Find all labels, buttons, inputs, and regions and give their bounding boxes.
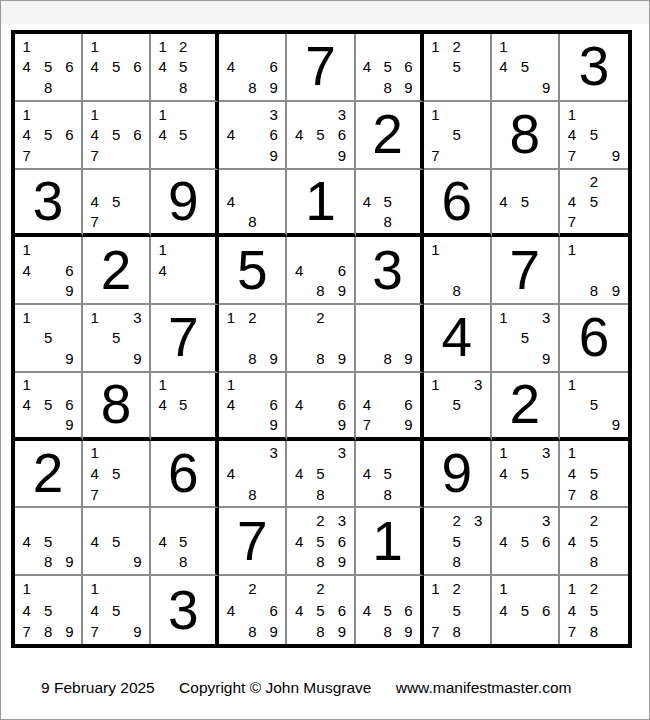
cell-r4c5[interactable]: 4689	[287, 237, 355, 305]
pencil-mark-8: 8	[446, 552, 467, 573]
pencil-mark-1: 1	[16, 578, 37, 599]
pencil-marks: 4689	[287, 237, 353, 303]
pencil-marks: 159	[15, 305, 81, 371]
pencil-mark-9: 9	[331, 415, 352, 435]
cell-r6c5[interactable]: 469	[287, 373, 355, 441]
pencil-marks: 14578	[560, 441, 628, 507]
cell-r1c8[interactable]: 1459	[492, 34, 560, 102]
cell-r9c3[interactable]: 3	[151, 576, 219, 644]
pencil-mark-1: 1	[425, 239, 446, 260]
pencil-mark-4: 4	[16, 531, 37, 552]
pencil-mark-4: 4	[84, 531, 105, 552]
solved-digit: 6	[560, 305, 628, 371]
pencil-mark-4: 4	[493, 57, 514, 78]
pencil-mark-1: 1	[152, 375, 173, 395]
pencil-mark-3: 3	[331, 104, 352, 125]
pencil-mark-1: 1	[16, 36, 37, 57]
pencil-marks: 245689	[287, 576, 353, 644]
pencil-mark-6: 6	[59, 57, 80, 78]
pencil-mark-8: 8	[310, 281, 331, 302]
pencil-mark-6: 6	[331, 124, 352, 145]
pencil-mark-8: 8	[37, 621, 58, 642]
pencil-mark-1: 1	[16, 375, 37, 395]
footer-date: 9 February 2025	[41, 679, 155, 696]
solved-digit: 5	[219, 237, 285, 303]
pencil-mark-2: 2	[310, 510, 331, 531]
pencil-mark-2: 2	[446, 510, 467, 531]
pencil-mark-6: 6	[331, 531, 352, 552]
solved-digit: 3	[151, 576, 215, 644]
cell-r2c6[interactable]: 2	[356, 102, 424, 170]
cell-r4c4[interactable]: 5	[219, 237, 287, 305]
cell-r5c2[interactable]: 1359	[83, 305, 151, 373]
pencil-marks: 458	[356, 441, 420, 507]
pencil-mark-9: 9	[59, 415, 80, 435]
pencil-mark-4: 4	[84, 57, 105, 78]
cell-r3c5[interactable]: 1	[287, 170, 355, 238]
pencil-marks: 469	[287, 373, 353, 437]
cell-r7c8[interactable]: 1345	[492, 441, 560, 509]
pencil-mark-4: 4	[493, 191, 514, 211]
cell-r3c2[interactable]: 457	[83, 170, 151, 238]
cell-r5c8[interactable]: 1359	[492, 305, 560, 373]
pencil-mark-1: 1	[84, 104, 105, 125]
pencil-marks: 1457	[83, 441, 149, 507]
pencil-mark-9: 9	[536, 348, 557, 369]
pencil-mark-2: 2	[446, 578, 467, 599]
pencil-mark-4: 4	[220, 124, 241, 145]
cell-r6c9[interactable]: 159	[560, 373, 628, 441]
pencil-mark-1: 1	[425, 104, 446, 125]
cell-r7c7[interactable]: 9	[424, 441, 492, 509]
pencil-mark-2: 2	[242, 578, 263, 599]
cell-r4c9[interactable]: 189	[560, 237, 628, 305]
pencil-mark-4: 4	[16, 260, 37, 281]
cell-r7c6[interactable]: 458	[356, 441, 424, 509]
cell-r6c7[interactable]: 135	[424, 373, 492, 441]
solved-digit: 6	[424, 170, 490, 234]
pencil-mark-6: 6	[398, 395, 419, 415]
pencil-mark-8: 8	[377, 348, 398, 369]
cell-r8c5[interactable]: 2345689	[287, 508, 355, 576]
pencil-mark-8: 8	[310, 348, 331, 369]
cell-r1c9[interactable]: 3	[560, 34, 628, 102]
cell-r3c8[interactable]: 45	[492, 170, 560, 238]
pencil-mark-4: 4	[16, 395, 37, 415]
pencil-mark-3: 3	[263, 104, 284, 125]
footer-copyright: Copyright © John Musgrave	[179, 679, 371, 696]
pencil-mark-8: 8	[242, 484, 263, 505]
pencil-marks: 4689	[219, 34, 285, 100]
pencil-marks: 1459	[492, 34, 558, 100]
pencil-mark-1: 1	[152, 36, 173, 57]
pencil-mark-1: 1	[425, 36, 446, 57]
cell-r1c3[interactable]: 12458	[151, 34, 219, 102]
pencil-marks: 1359	[83, 305, 149, 371]
cell-r8c8[interactable]: 3456	[492, 508, 560, 576]
pencil-mark-2: 2	[310, 307, 331, 328]
solved-digit: 2	[15, 441, 81, 507]
pencil-mark-5: 5	[583, 463, 605, 484]
pencil-mark-8: 8	[377, 211, 398, 231]
pencil-marks: 1345	[492, 441, 558, 507]
pencil-mark-5: 5	[377, 191, 398, 211]
pencil-mark-3: 3	[331, 443, 352, 464]
pencil-mark-2: 2	[242, 307, 263, 328]
pencil-mark-9: 9	[331, 621, 352, 642]
pencil-mark-5: 5	[105, 57, 126, 78]
cell-r3c6[interactable]: 458	[356, 170, 424, 238]
cell-r7c1[interactable]: 2	[15, 441, 83, 509]
solved-digit: 3	[356, 237, 420, 303]
pencil-mark-5: 5	[583, 124, 605, 145]
pencil-marks: 124578	[560, 576, 628, 644]
pencil-mark-8: 8	[242, 211, 263, 231]
pencil-mark-5: 5	[446, 599, 467, 620]
footer: 9 February 2025 Copyright © John Musgrav…	[41, 679, 591, 697]
pencil-mark-9: 9	[398, 348, 419, 369]
pencil-mark-9: 9	[127, 621, 148, 642]
pencil-mark-4: 4	[288, 599, 309, 620]
solved-digit: 6	[151, 441, 215, 507]
pencil-mark-8: 8	[173, 552, 194, 573]
solved-digit: 2	[356, 102, 420, 168]
pencil-mark-4: 4	[152, 531, 173, 552]
pencil-marks: 1289	[219, 305, 285, 371]
pencil-mark-8: 8	[310, 552, 331, 573]
pencil-mark-4: 4	[152, 124, 173, 145]
cell-r9c9[interactable]: 124578	[560, 576, 628, 644]
pencil-mark-3: 3	[536, 443, 557, 464]
cell-r8c2[interactable]: 459	[83, 508, 151, 576]
cell-r5c7[interactable]: 4	[424, 305, 492, 373]
pencil-mark-1: 1	[425, 375, 446, 395]
pencil-mark-8: 8	[242, 348, 263, 369]
pencil-mark-3: 3	[263, 443, 284, 464]
pencil-mark-7: 7	[561, 484, 583, 505]
pencil-mark-4: 4	[220, 395, 241, 415]
pencil-mark-7: 7	[84, 484, 105, 505]
pencil-mark-8: 8	[242, 77, 263, 98]
cell-r1c1[interactable]: 14568	[15, 34, 83, 102]
cell-r6c1[interactable]: 14569	[15, 373, 83, 441]
pencil-marks: 2457	[560, 170, 628, 234]
pencil-mark-6: 6	[331, 599, 352, 620]
pencil-mark-2: 2	[583, 172, 605, 192]
cell-r2c8[interactable]: 8	[492, 102, 560, 170]
cell-r5c6[interactable]: 89	[356, 305, 424, 373]
pencil-mark-4: 4	[152, 57, 173, 78]
pencil-mark-5: 5	[37, 531, 58, 552]
pencil-mark-2: 2	[583, 578, 605, 599]
pencil-mark-6: 6	[127, 57, 148, 78]
pencil-mark-4: 4	[493, 599, 514, 620]
pencil-mark-6: 6	[536, 531, 557, 552]
cell-r9c7[interactable]: 12578	[424, 576, 492, 644]
pencil-mark-1: 1	[152, 239, 173, 260]
pencil-mark-5: 5	[446, 124, 467, 145]
cell-r3c9[interactable]: 2457	[560, 170, 628, 238]
pencil-mark-5: 5	[514, 463, 535, 484]
pencil-mark-4: 4	[16, 57, 37, 78]
pencil-mark-2: 2	[310, 578, 331, 599]
pencil-marks: 4589	[15, 508, 81, 574]
cell-r2c1[interactable]: 14567	[15, 102, 83, 170]
pencil-mark-2: 2	[173, 36, 194, 57]
solved-digit: 7	[151, 305, 215, 371]
cell-r9c4[interactable]: 24689	[219, 576, 287, 644]
cell-r4c3[interactable]: 14	[151, 237, 219, 305]
cell-r1c7[interactable]: 125	[424, 34, 492, 102]
pencil-mark-4: 4	[288, 531, 309, 552]
solved-digit: 9	[151, 170, 215, 234]
pencil-mark-1: 1	[84, 578, 105, 599]
pencil-mark-8: 8	[377, 77, 398, 98]
pencil-mark-4: 4	[288, 260, 309, 281]
pencil-mark-4: 4	[288, 124, 309, 145]
cell-r5c4[interactable]: 1289	[219, 305, 287, 373]
pencil-mark-8: 8	[446, 621, 467, 642]
pencil-mark-6: 6	[398, 599, 419, 620]
pencil-marks: 3458	[287, 441, 353, 507]
pencil-mark-5: 5	[583, 599, 605, 620]
pencil-mark-5: 5	[583, 191, 605, 211]
pencil-marks: 14567	[15, 102, 81, 168]
cell-r9c5[interactable]: 245689	[287, 576, 355, 644]
solved-digit: 1	[287, 170, 353, 234]
pencil-marks: 18	[424, 237, 490, 303]
pencil-mark-8: 8	[173, 77, 194, 98]
pencil-marks: 4679	[356, 373, 420, 437]
pencil-mark-4: 4	[220, 191, 241, 211]
cell-r2c4[interactable]: 3469	[219, 102, 287, 170]
cell-r8c6[interactable]: 1	[356, 508, 424, 576]
cell-r2c5[interactable]: 34569	[287, 102, 355, 170]
cell-r8c7[interactable]: 2358	[424, 508, 492, 576]
pencil-mark-9: 9	[331, 552, 352, 573]
pencil-mark-5: 5	[173, 531, 194, 552]
pencil-marks: 145789	[15, 576, 81, 644]
pencil-mark-1: 1	[220, 307, 241, 328]
cell-r7c3[interactable]: 6	[151, 441, 219, 509]
cell-r9c1[interactable]: 145789	[15, 576, 83, 644]
pencil-mark-4: 4	[220, 463, 241, 484]
pencil-marks: 2458	[560, 508, 628, 574]
pencil-mark-5: 5	[310, 463, 331, 484]
pencil-mark-3: 3	[536, 307, 557, 328]
cell-r1c4[interactable]: 4689	[219, 34, 287, 102]
cell-r4c1[interactable]: 1469	[15, 237, 83, 305]
pencil-marks: 14579	[560, 102, 628, 168]
cell-r2c7[interactable]: 157	[424, 102, 492, 170]
pencil-mark-5: 5	[105, 328, 126, 349]
pencil-mark-4: 4	[561, 531, 583, 552]
pencil-marks: 1359	[492, 305, 558, 371]
pencil-mark-1: 1	[152, 104, 173, 125]
pencil-mark-9: 9	[536, 77, 557, 98]
pencil-marks: 125	[424, 34, 490, 100]
cell-r9c8[interactable]: 1456	[492, 576, 560, 644]
pencil-mark-9: 9	[59, 552, 80, 573]
cell-r6c6[interactable]: 4679	[356, 373, 424, 441]
cell-r1c2[interactable]: 1456	[83, 34, 151, 102]
pencil-mark-1: 1	[493, 443, 514, 464]
pencil-marks: 2358	[424, 508, 490, 574]
pencil-mark-4: 4	[84, 191, 105, 211]
pencil-marks: 1456	[492, 576, 558, 644]
cell-r4c7[interactable]: 18	[424, 237, 492, 305]
solved-digit: 9	[424, 441, 490, 507]
cell-r7c4[interactable]: 348	[219, 441, 287, 509]
pencil-mark-9: 9	[127, 552, 148, 573]
pencil-mark-5: 5	[446, 531, 467, 552]
pencil-mark-4: 4	[561, 124, 583, 145]
pencil-mark-4: 4	[493, 531, 514, 552]
pencil-mark-9: 9	[605, 145, 627, 166]
cell-r4c6[interactable]: 3	[356, 237, 424, 305]
pencil-mark-8: 8	[583, 281, 605, 302]
cell-r3c4[interactable]: 48	[219, 170, 287, 238]
solved-digit: 2	[83, 237, 149, 303]
pencil-mark-1: 1	[561, 239, 583, 260]
pencil-marks: 159	[560, 373, 628, 437]
pencil-mark-7: 7	[425, 621, 446, 642]
pencil-mark-4: 4	[357, 191, 378, 211]
pencil-mark-8: 8	[37, 77, 58, 98]
cell-r7c2[interactable]: 1457	[83, 441, 151, 509]
cell-r6c3[interactable]: 145	[151, 373, 219, 441]
cell-r7c5[interactable]: 3458	[287, 441, 355, 509]
pencil-mark-1: 1	[561, 443, 583, 464]
pencil-mark-9: 9	[398, 77, 419, 98]
cell-r8c9[interactable]: 2458	[560, 508, 628, 576]
pencil-mark-9: 9	[331, 348, 352, 369]
pencil-mark-5: 5	[446, 395, 467, 415]
pencil-mark-5: 5	[377, 57, 398, 78]
pencil-mark-9: 9	[59, 621, 80, 642]
pencil-marks: 457	[83, 170, 149, 234]
solved-digit: 4	[424, 305, 490, 371]
cell-r8c4[interactable]: 7	[219, 508, 287, 576]
pencil-mark-6: 6	[263, 395, 284, 415]
pencil-mark-5: 5	[514, 57, 535, 78]
pencil-mark-6: 6	[59, 124, 80, 145]
pencil-mark-9: 9	[605, 415, 627, 435]
cell-r2c2[interactable]: 14567	[83, 102, 151, 170]
pencil-mark-5: 5	[514, 191, 535, 211]
cell-r8c1[interactable]: 4589	[15, 508, 83, 576]
cell-r6c8[interactable]: 2	[492, 373, 560, 441]
pencil-mark-9: 9	[263, 348, 284, 369]
pencil-mark-4: 4	[288, 463, 309, 484]
cell-r9c2[interactable]: 14579	[83, 576, 151, 644]
pencil-mark-9: 9	[263, 415, 284, 435]
solved-digit: 3	[15, 170, 81, 234]
pencil-mark-4: 4	[220, 57, 241, 78]
pencil-mark-5: 5	[37, 57, 58, 78]
pencil-mark-1: 1	[220, 375, 241, 395]
pencil-mark-7: 7	[16, 621, 37, 642]
pencil-marks: 157	[424, 102, 490, 168]
pencil-mark-8: 8	[583, 484, 605, 505]
pencil-mark-5: 5	[37, 328, 58, 349]
pencil-mark-1: 1	[84, 307, 105, 328]
cell-r4c2[interactable]: 2	[83, 237, 151, 305]
pencil-mark-5: 5	[105, 191, 126, 211]
pencil-marks: 12578	[424, 576, 490, 644]
pencil-marks: 189	[560, 237, 628, 303]
pencil-mark-4: 4	[84, 124, 105, 145]
cell-r1c6[interactable]: 45689	[356, 34, 424, 102]
pencil-mark-4: 4	[84, 463, 105, 484]
pencil-mark-1: 1	[16, 307, 37, 328]
pencil-mark-7: 7	[561, 211, 583, 231]
cell-r8c3[interactable]: 458	[151, 508, 219, 576]
pencil-marks: 14579	[83, 576, 149, 644]
pencil-mark-3: 3	[467, 510, 488, 531]
pencil-marks: 145	[151, 102, 215, 168]
pencil-marks: 3469	[219, 102, 285, 168]
solved-digit: 8	[492, 102, 558, 168]
pencil-mark-1: 1	[561, 578, 583, 599]
pencil-mark-9: 9	[398, 621, 419, 642]
pencil-mark-5: 5	[105, 124, 126, 145]
pencil-mark-4: 4	[288, 395, 309, 415]
pencil-mark-8: 8	[310, 621, 331, 642]
pencil-mark-4: 4	[493, 463, 514, 484]
pencil-mark-5: 5	[446, 57, 467, 78]
cell-r5c1[interactable]: 159	[15, 305, 83, 373]
pencil-mark-7: 7	[357, 415, 378, 435]
pencil-marks: 2345689	[287, 508, 353, 574]
cell-r4c8[interactable]: 7	[492, 237, 560, 305]
cell-r7c9[interactable]: 14578	[560, 441, 628, 509]
cell-r5c5[interactable]: 289	[287, 305, 355, 373]
pencil-mark-6: 6	[59, 395, 80, 415]
pencil-marks: 1469	[15, 237, 81, 303]
pencil-marks: 14568	[15, 34, 81, 100]
pencil-mark-9: 9	[263, 145, 284, 166]
pencil-mark-9: 9	[59, 348, 80, 369]
pencil-mark-5: 5	[310, 124, 331, 145]
pencil-mark-7: 7	[16, 145, 37, 166]
cell-r1c5[interactable]: 7	[287, 34, 355, 102]
pencil-mark-1: 1	[493, 36, 514, 57]
pencil-mark-6: 6	[331, 260, 352, 281]
cell-r3c1[interactable]: 3	[15, 170, 83, 238]
pencil-mark-6: 6	[263, 57, 284, 78]
cell-r5c9[interactable]: 6	[560, 305, 628, 373]
cell-r9c6[interactable]: 45689	[356, 576, 424, 644]
pencil-mark-9: 9	[331, 145, 352, 166]
pencil-mark-3: 3	[536, 510, 557, 531]
cell-r2c9[interactable]: 14579	[560, 102, 628, 170]
pencil-mark-9: 9	[59, 281, 80, 302]
pencil-mark-7: 7	[425, 145, 446, 166]
pencil-marks: 348	[219, 441, 285, 507]
cell-r3c7[interactable]: 6	[424, 170, 492, 238]
solved-digit: 7	[219, 508, 285, 574]
cell-r6c2[interactable]: 8	[83, 373, 151, 441]
pencil-mark-6: 6	[398, 57, 419, 78]
cell-r5c3[interactable]: 7	[151, 305, 219, 373]
footer-website: www.manifestmaster.com	[396, 679, 572, 696]
cell-r3c3[interactable]: 9	[151, 170, 219, 238]
pencil-mark-6: 6	[536, 599, 557, 620]
pencil-marks: 458	[356, 170, 420, 234]
cell-r2c3[interactable]: 145	[151, 102, 219, 170]
cell-r6c4[interactable]: 1469	[219, 373, 287, 441]
